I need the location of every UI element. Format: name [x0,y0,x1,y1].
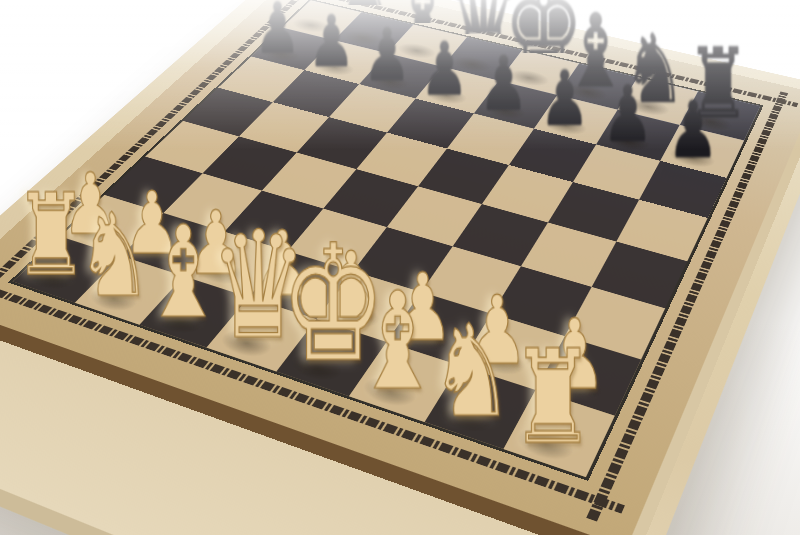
piece-black-pawn[interactable]: ♟ [420,32,470,106]
piece-white-rook[interactable]: ♜ [510,332,579,462]
photo-backdrop: ♜♞♝♛♚♝♞♜♟♟♟♟♟♟♟♟♟♟♟♟♟♟♟♟♜♞♝♛♚♝♞♜ [0,0,800,535]
piece-white-king[interactable]: ♚ [280,222,345,383]
piece-black-pawn[interactable]: ♟ [539,60,591,136]
piece-white-knight[interactable]: ♞ [76,198,137,313]
board-assembly: ♜♞♝♛♚♝♞♜♟♟♟♟♟♟♟♟♟♟♟♟♟♟♟♟♜♞♝♛♚♝♞♜ [0,0,800,535]
piece-black-pawn[interactable]: ♟ [363,18,412,90]
piece-white-bishop[interactable]: ♝ [142,209,204,336]
piece-black-pawn[interactable]: ♟ [478,46,529,121]
piece-black-pawn[interactable]: ♟ [666,90,719,169]
piece-black-pawn[interactable]: ♟ [307,5,355,76]
base-board: ♜♞♝♛♚♝♞♜♟♟♟♟♟♟♟♟♟♟♟♟♟♟♟♟♜♞♝♛♚♝♞♜ [0,0,800,535]
piece-white-knight[interactable]: ♞ [430,308,497,435]
piece-white-queen[interactable]: ♛ [210,211,273,359]
playing-board: ♜♞♝♛♚♝♞♜♟♟♟♟♟♟♟♟♟♟♟♟♟♟♟♟♜♞♝♛♚♝♞♜ [0,0,800,535]
piece-white-bishop[interactable]: ♝ [353,274,419,408]
piece-white-rook[interactable]: ♜ [14,179,74,292]
piece-black-pawn[interactable]: ♟ [602,75,654,152]
piece-black-pawn[interactable]: ♟ [254,0,302,63]
